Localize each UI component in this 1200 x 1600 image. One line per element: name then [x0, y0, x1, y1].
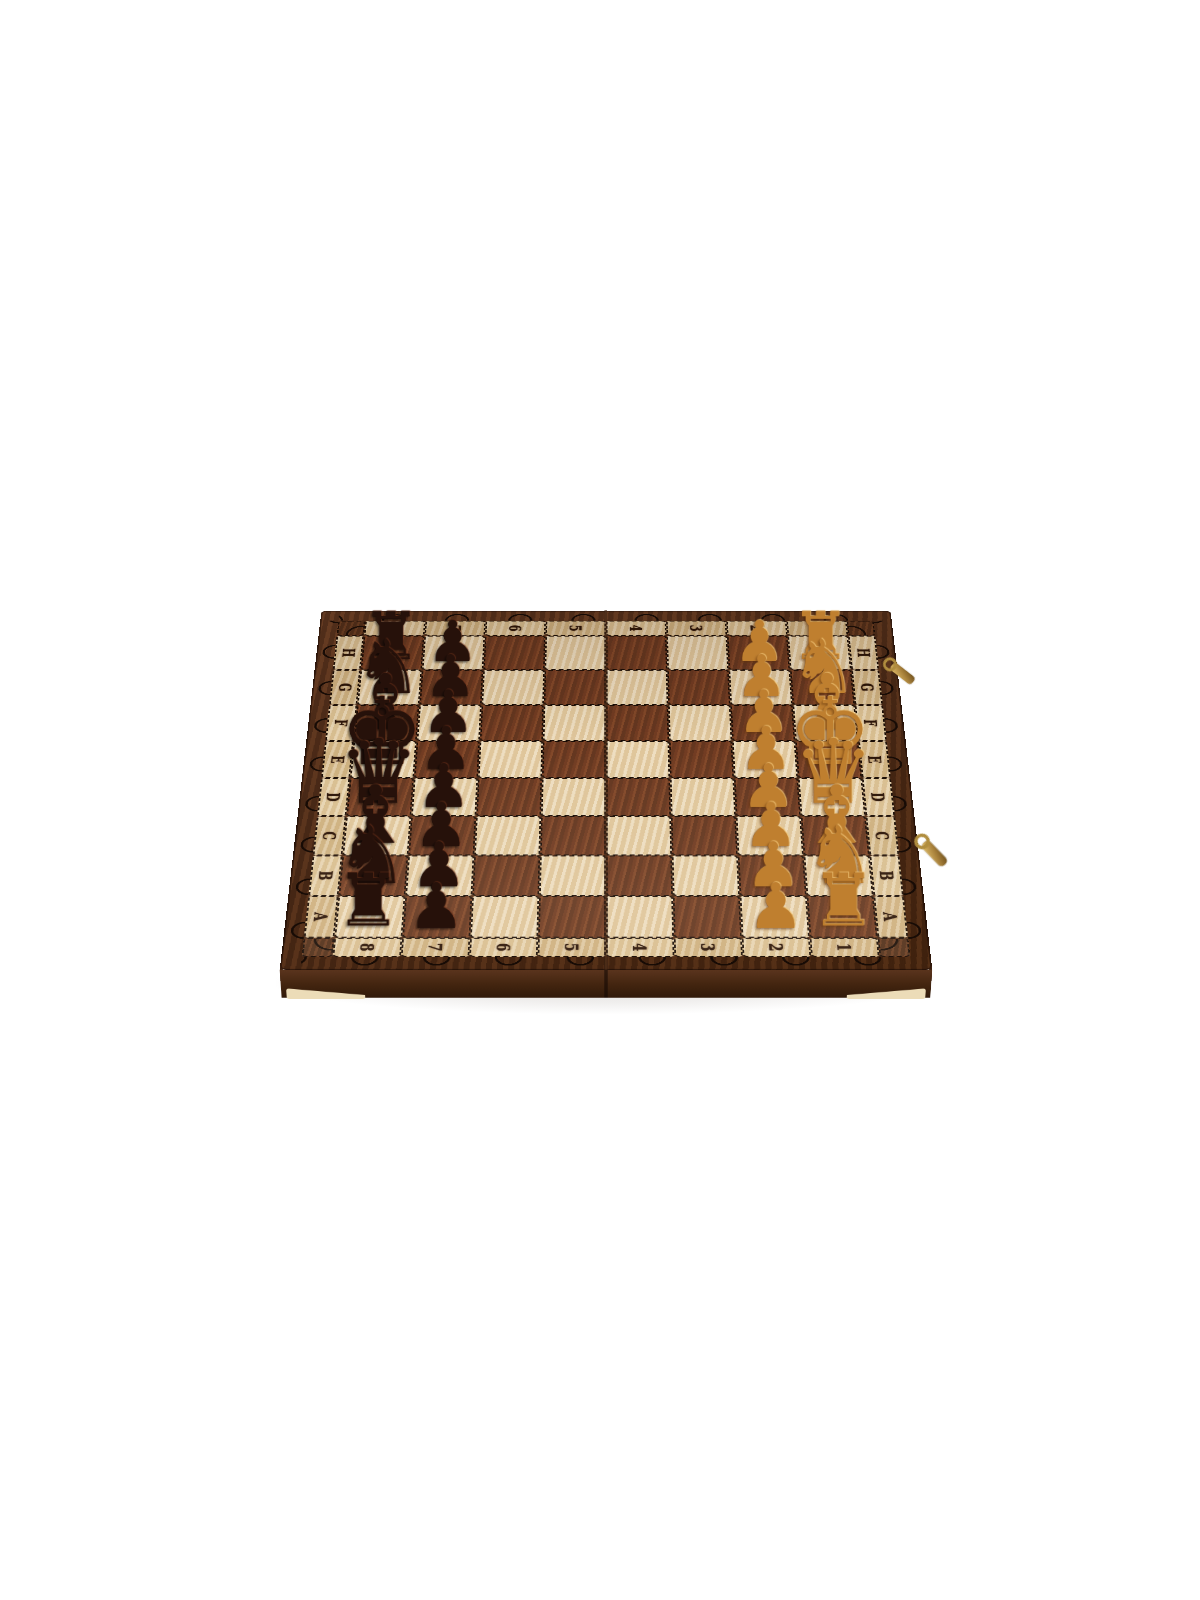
- chess-board-wrapper: 87654321H♜♟♟♜HG♞♟♟♞GF♝♟♟♝FE♚♟♟♚ED♛♟♟♛DC♝…: [302, 474, 910, 1082]
- square-g5[interactable]: [544, 670, 606, 705]
- square-a4[interactable]: [606, 896, 674, 938]
- rank-label-cell-4: 4: [606, 621, 667, 636]
- coord-label-text: 8: [356, 943, 379, 951]
- coord-label-text: A: [310, 912, 333, 921]
- border-corner: [302, 938, 335, 957]
- square-b5[interactable]: [539, 855, 606, 895]
- square-f3[interactable]: [668, 705, 732, 741]
- square-d3[interactable]: [670, 778, 736, 816]
- coord-label-text: A: [879, 912, 902, 921]
- square-h3[interactable]: [667, 636, 729, 670]
- rank-label-cell-6: 6: [485, 621, 546, 636]
- square-e4[interactable]: [606, 741, 670, 778]
- square-d6[interactable]: [476, 778, 542, 816]
- rank-label-cell-6: 6: [469, 938, 538, 957]
- square-c5[interactable]: [540, 816, 606, 855]
- square-h5[interactable]: [545, 636, 606, 670]
- board-front-face: [280, 970, 933, 998]
- square-g6[interactable]: [482, 670, 545, 705]
- piece-black-pawn-a7[interactable]: ♟: [408, 876, 464, 936]
- piece-black-rook-a8[interactable]: ♜: [336, 866, 401, 935]
- coord-label-text: B: [875, 871, 898, 880]
- rank-label-cell-2: 2: [742, 938, 811, 957]
- square-a5[interactable]: [538, 896, 606, 938]
- coord-label-text: 4: [626, 625, 646, 631]
- square-f4[interactable]: [606, 705, 669, 741]
- square-a8[interactable]: ♜: [334, 896, 405, 938]
- square-a2[interactable]: ♟: [740, 896, 810, 938]
- file-label-cell-A: A: [874, 896, 909, 938]
- square-f5[interactable]: [543, 705, 606, 741]
- coord-label-text: 3: [687, 625, 707, 631]
- rank-label-cell-4: 4: [606, 938, 674, 957]
- square-a7[interactable]: ♟: [402, 896, 472, 938]
- coord-label-text: 4: [629, 943, 651, 951]
- coord-label-text: 5: [561, 943, 583, 951]
- coord-label-text: 1: [833, 943, 856, 951]
- coord-label-text: B: [314, 871, 337, 880]
- rank-label-cell-3: 3: [674, 938, 743, 957]
- square-b6[interactable]: [472, 855, 540, 895]
- square-b4[interactable]: [606, 855, 673, 895]
- front-right-foot: [847, 988, 926, 999]
- square-a3[interactable]: [673, 896, 742, 938]
- rank-label-cell-8: 8: [332, 938, 402, 957]
- square-a6[interactable]: [470, 896, 539, 938]
- rank-label-cell-5: 5: [545, 621, 606, 636]
- square-e6[interactable]: [478, 741, 543, 778]
- fold-seam: [604, 610, 607, 970]
- fold-seam-front: [604, 970, 607, 998]
- front-left-foot: [286, 988, 365, 999]
- border-corner: [878, 938, 911, 957]
- coord-label-text: 5: [566, 625, 586, 631]
- file-label-cell-A: A: [304, 896, 339, 938]
- rank-label-cell-7: 7: [401, 938, 470, 957]
- square-d4[interactable]: [606, 778, 671, 816]
- square-b3[interactable]: [672, 855, 740, 895]
- coord-label-text: 7: [424, 943, 447, 951]
- piece-white-pawn-a2[interactable]: ♟: [748, 876, 804, 936]
- coord-label-text: 6: [506, 625, 526, 631]
- photo-canvas: 87654321H♜♟♟♜HG♞♟♟♞GF♝♟♟♝FE♚♟♟♚ED♛♟♟♛DC♝…: [0, 0, 1200, 1600]
- square-h4[interactable]: [606, 636, 667, 670]
- square-f6[interactable]: [480, 705, 544, 741]
- square-c6[interactable]: [474, 816, 541, 855]
- square-c4[interactable]: [606, 816, 672, 855]
- square-g3[interactable]: [667, 670, 730, 705]
- coord-label-text: 2: [765, 943, 788, 951]
- chess-board: 87654321H♜♟♟♜HG♞♟♟♞GF♝♟♟♝FE♚♟♟♚ED♛♟♟♛DC♝…: [280, 611, 933, 970]
- square-e3[interactable]: [669, 741, 734, 778]
- rank-label-cell-5: 5: [538, 938, 606, 957]
- square-a1[interactable]: ♜: [807, 896, 878, 938]
- square-h6[interactable]: [483, 636, 545, 670]
- coord-label-text: 3: [697, 943, 719, 951]
- square-e5[interactable]: [542, 741, 606, 778]
- coord-label-text: 6: [493, 943, 515, 951]
- square-g4[interactable]: [606, 670, 668, 705]
- square-d5[interactable]: [541, 778, 606, 816]
- rank-label-cell-3: 3: [666, 621, 727, 636]
- rank-label-cell-1: 1: [810, 938, 880, 957]
- piece-white-rook-a1[interactable]: ♜: [811, 866, 876, 935]
- brass-clasp-bottom: [920, 839, 948, 868]
- square-c3[interactable]: [671, 816, 738, 855]
